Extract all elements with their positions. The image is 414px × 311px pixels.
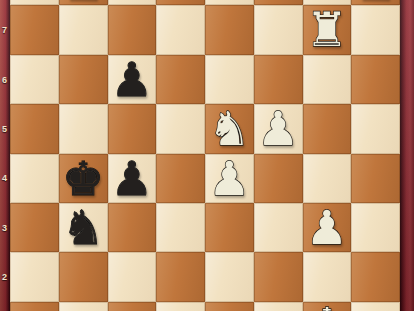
square-g4[interactable] (303, 154, 352, 203)
black-pawn-c6[interactable]: ♟ (108, 55, 157, 104)
square-b3[interactable]: ♞ (59, 203, 108, 252)
square-g1[interactable]: ♚ (303, 302, 352, 311)
square-a4[interactable] (10, 154, 59, 203)
square-a3[interactable] (10, 203, 59, 252)
chess-diagram: ♜♜♜♟♞♟♚♟♟♞♟♚ 765432 (0, 0, 414, 311)
rank-label-2: 2 (0, 272, 9, 282)
square-f7[interactable] (254, 5, 303, 54)
white-pawn-f5[interactable]: ♟ (254, 104, 303, 153)
square-g5[interactable] (303, 104, 352, 153)
square-g3[interactable]: ♟ (303, 203, 352, 252)
square-a6[interactable] (10, 55, 59, 104)
square-d3[interactable] (156, 203, 205, 252)
square-f5[interactable]: ♟ (254, 104, 303, 153)
rank-label-7: 7 (0, 25, 9, 35)
square-e1[interactable] (205, 302, 254, 311)
square-h7[interactable] (351, 5, 400, 54)
square-b5[interactable] (59, 104, 108, 153)
square-c1[interactable] (108, 302, 157, 311)
square-c2[interactable] (108, 252, 157, 301)
black-pawn-c4[interactable]: ♟ (108, 154, 157, 203)
square-d4[interactable] (156, 154, 205, 203)
square-e3[interactable] (205, 203, 254, 252)
white-knight-e5[interactable]: ♞ (205, 104, 254, 153)
square-e4[interactable]: ♟ (205, 154, 254, 203)
square-b2[interactable] (59, 252, 108, 301)
square-b4[interactable]: ♚ (59, 154, 108, 203)
square-b6[interactable] (59, 55, 108, 104)
square-b1[interactable] (59, 302, 108, 311)
square-a5[interactable] (10, 104, 59, 153)
square-g2[interactable] (303, 252, 352, 301)
white-pawn-g3[interactable]: ♟ (303, 203, 352, 252)
rank-label-3: 3 (0, 223, 9, 233)
square-h2[interactable] (351, 252, 400, 301)
square-d2[interactable] (156, 252, 205, 301)
square-d1[interactable] (156, 302, 205, 311)
square-h6[interactable] (351, 55, 400, 104)
square-f3[interactable] (254, 203, 303, 252)
white-pawn-e4[interactable]: ♟ (205, 154, 254, 203)
board-frame-left (0, 0, 10, 311)
square-d6[interactable] (156, 55, 205, 104)
square-b7[interactable] (59, 5, 108, 54)
square-h4[interactable] (351, 154, 400, 203)
white-king-g1[interactable]: ♚ (303, 300, 352, 311)
square-g7[interactable]: ♜ (303, 5, 352, 54)
black-king-b4[interactable]: ♚ (59, 154, 108, 203)
square-a7[interactable] (10, 5, 59, 54)
square-h1[interactable] (351, 302, 400, 311)
black-knight-b3[interactable]: ♞ (59, 203, 108, 252)
white-rook-g7[interactable]: ♜ (303, 5, 352, 54)
square-e7[interactable] (205, 5, 254, 54)
square-e6[interactable] (205, 55, 254, 104)
square-f1[interactable] (254, 302, 303, 311)
square-c4[interactable]: ♟ (108, 154, 157, 203)
square-e2[interactable] (205, 252, 254, 301)
square-h3[interactable] (351, 203, 400, 252)
square-c5[interactable] (108, 104, 157, 153)
square-f2[interactable] (254, 252, 303, 301)
chess-board[interactable]: ♜♜♜♟♞♟♚♟♟♞♟♚ (10, 0, 400, 311)
square-f4[interactable] (254, 154, 303, 203)
rank-label-4: 4 (0, 173, 9, 183)
square-c6[interactable]: ♟ (108, 55, 157, 104)
square-c3[interactable] (108, 203, 157, 252)
square-e5[interactable]: ♞ (205, 104, 254, 153)
square-c7[interactable] (108, 5, 157, 54)
square-a1[interactable] (10, 302, 59, 311)
rank-label-6: 6 (0, 75, 9, 85)
square-d7[interactable] (156, 5, 205, 54)
board-frame-right (400, 0, 414, 311)
square-f6[interactable] (254, 55, 303, 104)
square-d5[interactable] (156, 104, 205, 153)
square-h5[interactable] (351, 104, 400, 153)
square-a2[interactable] (10, 252, 59, 301)
square-g6[interactable] (303, 55, 352, 104)
rank-label-5: 5 (0, 124, 9, 134)
